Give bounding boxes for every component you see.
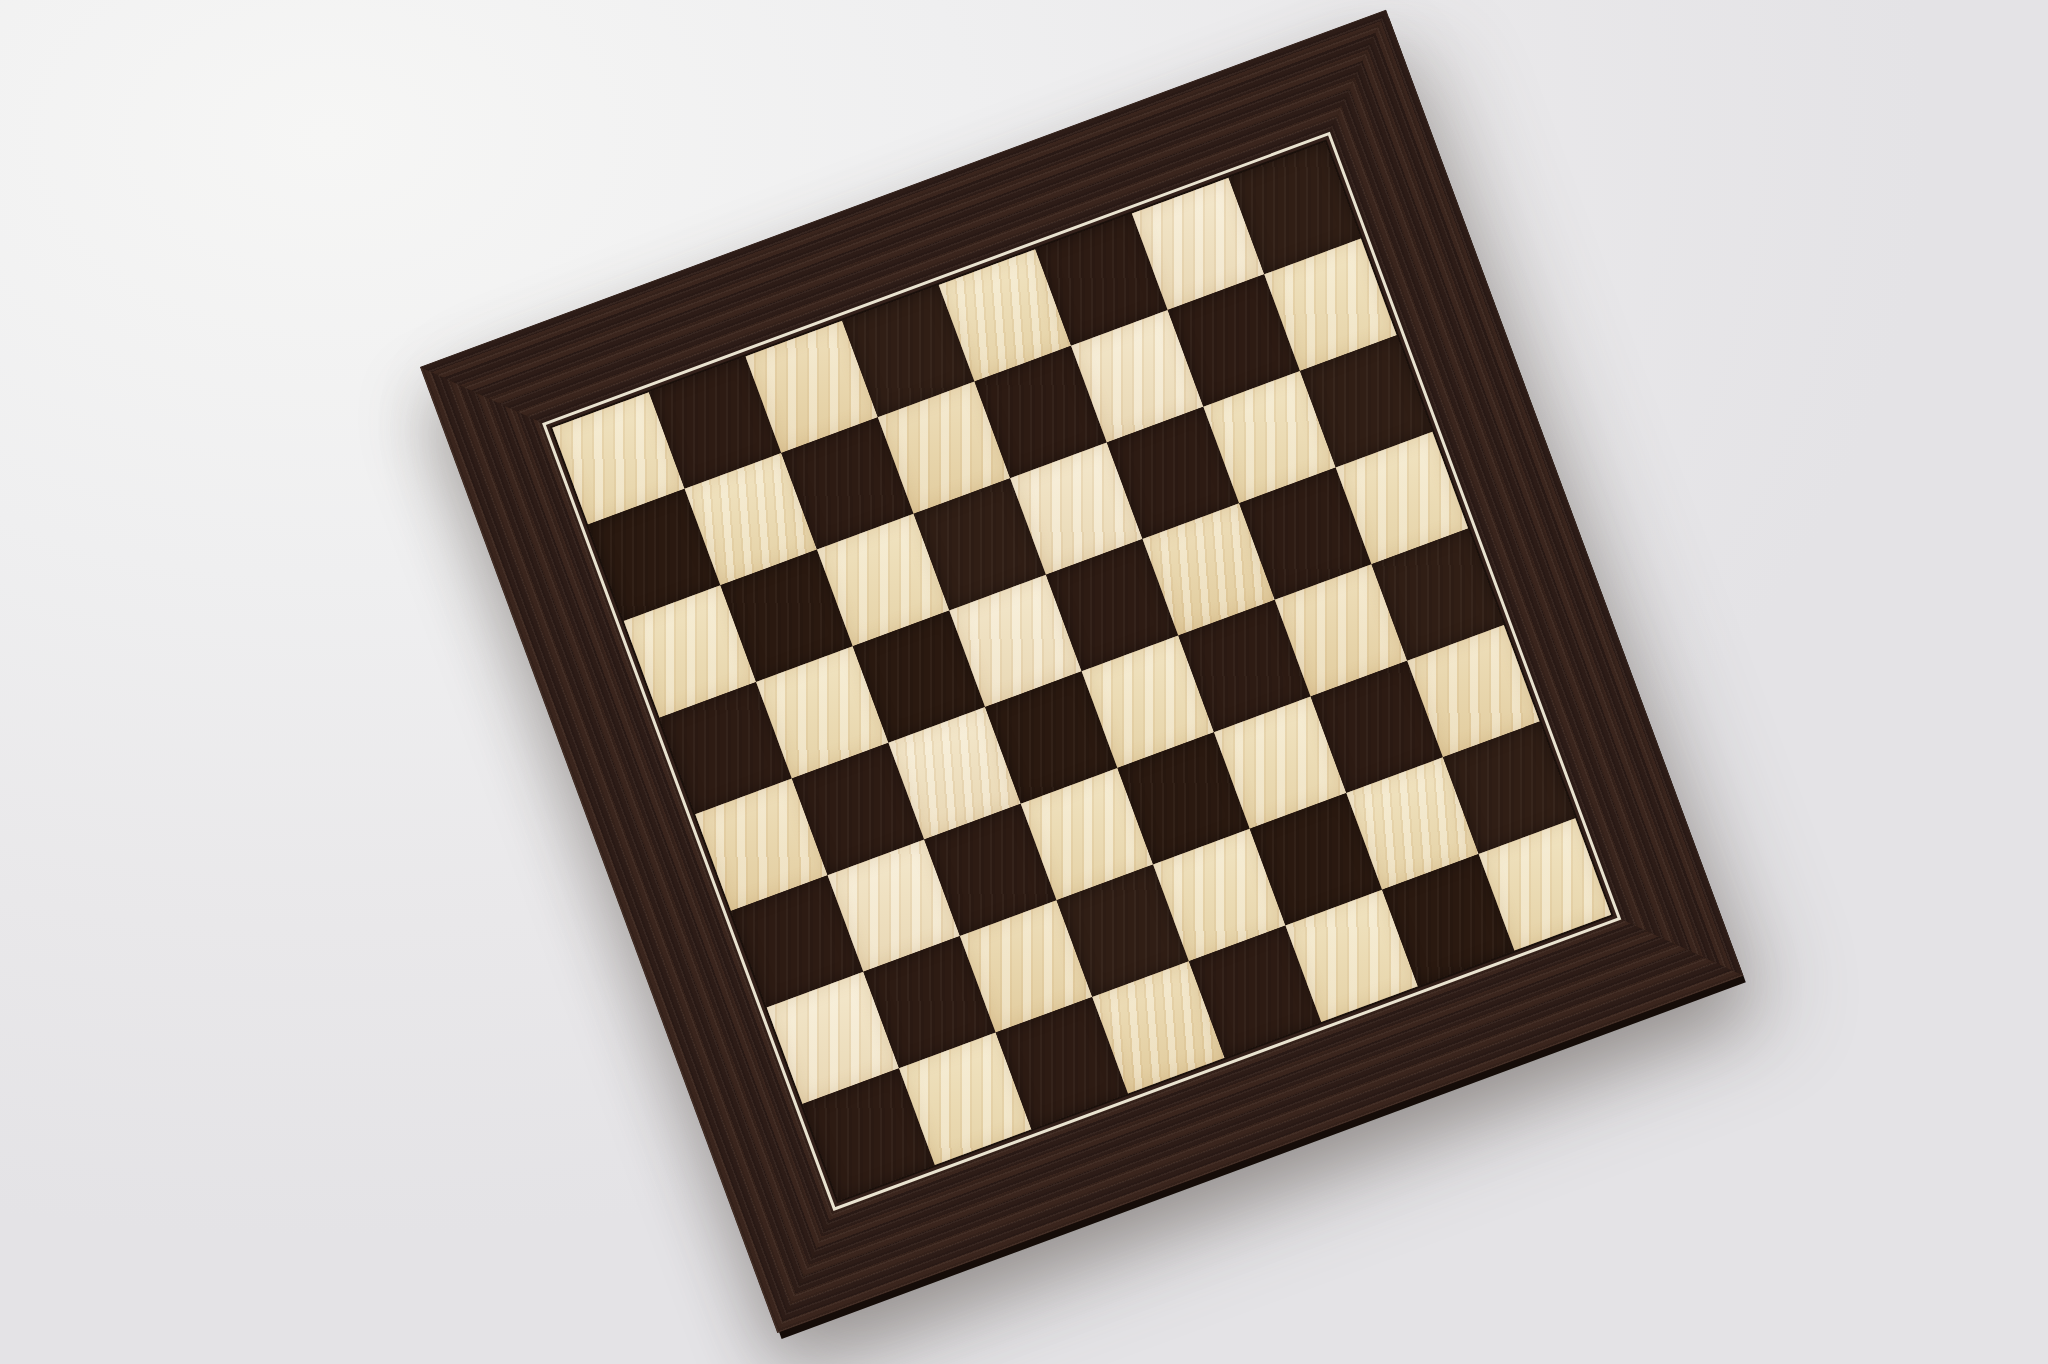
scene-background (0, 0, 2048, 1364)
chess-board (420, 10, 1743, 1333)
